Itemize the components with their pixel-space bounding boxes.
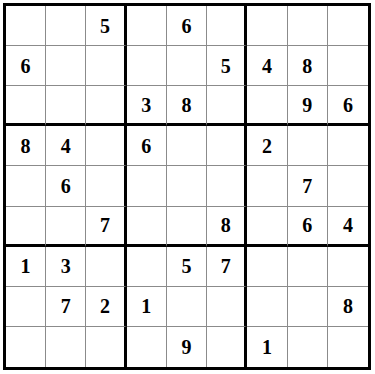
cell-r7c6[interactable]: 7	[207, 247, 247, 287]
cell-r1c9[interactable]	[328, 6, 368, 46]
cell-r5c7[interactable]	[247, 166, 287, 206]
cell-r9c4[interactable]	[127, 327, 167, 367]
cell-r5c8[interactable]: 7	[288, 166, 328, 206]
cell-r1c1[interactable]	[6, 6, 46, 46]
cell-r1c5[interactable]: 6	[167, 6, 207, 46]
cell-r4c5[interactable]	[167, 126, 207, 166]
cell-r2c5[interactable]	[167, 46, 207, 86]
cell-r9c7[interactable]: 1	[247, 327, 287, 367]
cell-r2c8[interactable]: 8	[288, 46, 328, 86]
digit: 6	[21, 56, 31, 76]
digit: 8	[221, 215, 231, 235]
cell-r8c8[interactable]	[288, 287, 328, 327]
cell-r7c2[interactable]: 3	[46, 247, 86, 287]
digit: 1	[21, 256, 31, 276]
cell-r2c3[interactable]	[86, 46, 126, 86]
digit: 8	[302, 56, 312, 76]
cell-r4c4[interactable]: 6	[127, 126, 167, 166]
cell-r1c6[interactable]	[207, 6, 247, 46]
digit: 5	[221, 56, 231, 76]
cell-r5c4[interactable]	[127, 166, 167, 206]
cell-r3c1[interactable]	[6, 86, 46, 126]
digit: 8	[181, 95, 191, 115]
cell-r1c3[interactable]: 5	[86, 6, 126, 46]
digit: 5	[100, 16, 110, 36]
cell-r5c9[interactable]	[328, 166, 368, 206]
digit: 3	[61, 256, 71, 276]
cell-r5c6[interactable]	[207, 166, 247, 206]
digit: 8	[343, 296, 353, 316]
cell-r6c8[interactable]: 6	[288, 207, 328, 247]
cell-r3c4[interactable]: 3	[127, 86, 167, 126]
cell-r7c7[interactable]	[247, 247, 287, 287]
cell-r4c9[interactable]	[328, 126, 368, 166]
cell-r8c4[interactable]: 1	[127, 287, 167, 327]
digit: 7	[221, 256, 231, 276]
digit: 6	[343, 95, 353, 115]
cell-r5c1[interactable]	[6, 166, 46, 206]
cell-r1c7[interactable]	[247, 6, 287, 46]
cell-r7c5[interactable]: 5	[167, 247, 207, 287]
digit: 2	[100, 296, 110, 316]
cell-r6c5[interactable]	[167, 207, 207, 247]
cell-r7c1[interactable]: 1	[6, 247, 46, 287]
cell-r8c2[interactable]: 7	[46, 287, 86, 327]
digit: 4	[262, 56, 272, 76]
digit: 7	[100, 215, 110, 235]
cell-r4c6[interactable]	[207, 126, 247, 166]
cell-r7c4[interactable]	[127, 247, 167, 287]
cell-r5c3[interactable]	[86, 166, 126, 206]
cell-r3c9[interactable]: 6	[328, 86, 368, 126]
cell-r6c7[interactable]	[247, 207, 287, 247]
digit: 6	[61, 176, 71, 196]
cell-r3c6[interactable]	[207, 86, 247, 126]
cell-r4c8[interactable]	[288, 126, 328, 166]
cell-r6c1[interactable]	[6, 207, 46, 247]
digit: 7	[61, 296, 71, 316]
cell-r9c9[interactable]	[328, 327, 368, 367]
cell-r1c2[interactable]	[46, 6, 86, 46]
digit: 4	[343, 215, 353, 235]
cell-r4c7[interactable]: 2	[247, 126, 287, 166]
cell-r7c9[interactable]	[328, 247, 368, 287]
digit: 5	[181, 256, 191, 276]
digit: 6	[302, 215, 312, 235]
cell-r4c2[interactable]: 4	[46, 126, 86, 166]
cell-r2c4[interactable]	[127, 46, 167, 86]
cell-r1c8[interactable]	[288, 6, 328, 46]
cell-r5c5[interactable]	[167, 166, 207, 206]
cell-r8c5[interactable]	[167, 287, 207, 327]
digit: 4	[61, 136, 71, 156]
cell-r6c6[interactable]: 8	[207, 207, 247, 247]
digit: 1	[141, 296, 151, 316]
cell-r3c8[interactable]: 9	[288, 86, 328, 126]
cell-r8c7[interactable]	[247, 287, 287, 327]
cell-r8c1[interactable]	[6, 287, 46, 327]
cell-r6c3[interactable]: 7	[86, 207, 126, 247]
digit: 1	[262, 337, 272, 357]
cell-r8c6[interactable]	[207, 287, 247, 327]
sudoku-page: 566548389684626778641357721891	[0, 0, 375, 374]
cell-r2c6[interactable]: 5	[207, 46, 247, 86]
cell-r7c8[interactable]	[288, 247, 328, 287]
cell-r9c6[interactable]	[207, 327, 247, 367]
cell-r3c2[interactable]	[46, 86, 86, 126]
sudoku-board: 566548389684626778641357721891	[3, 3, 371, 370]
cell-r8c9[interactable]: 8	[328, 287, 368, 327]
cell-r3c5[interactable]: 8	[167, 86, 207, 126]
cell-r4c3[interactable]	[86, 126, 126, 166]
cell-r2c9[interactable]	[328, 46, 368, 86]
cell-r9c3[interactable]	[86, 327, 126, 367]
digit: 7	[302, 176, 312, 196]
cell-r2c1[interactable]: 6	[6, 46, 46, 86]
cell-r9c5[interactable]: 9	[167, 327, 207, 367]
digit: 8	[21, 136, 31, 156]
cell-r6c4[interactable]	[127, 207, 167, 247]
digit: 6	[181, 16, 191, 36]
digit: 3	[141, 95, 151, 115]
cell-r3c3[interactable]	[86, 86, 126, 126]
cell-r2c2[interactable]	[46, 46, 86, 86]
digit: 9	[181, 337, 191, 357]
cell-r5c2[interactable]: 6	[46, 166, 86, 206]
digit: 9	[302, 95, 312, 115]
digit: 2	[262, 136, 272, 156]
cell-r6c9[interactable]: 4	[328, 207, 368, 247]
cell-r2c7[interactable]: 4	[247, 46, 287, 86]
cell-r6c2[interactable]	[46, 207, 86, 247]
cell-r9c1[interactable]	[6, 327, 46, 367]
cell-r8c3[interactable]: 2	[86, 287, 126, 327]
cell-r1c4[interactable]	[127, 6, 167, 46]
cell-r4c1[interactable]: 8	[6, 126, 46, 166]
digit: 6	[141, 136, 151, 156]
cell-r7c3[interactable]	[86, 247, 126, 287]
cell-r3c7[interactable]	[247, 86, 287, 126]
cell-r9c2[interactable]	[46, 327, 86, 367]
cell-r9c8[interactable]	[288, 327, 328, 367]
